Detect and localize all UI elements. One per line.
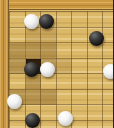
- board-cell[interactable]: [57, 59, 72, 74]
- board-cell[interactable]: [10, 43, 25, 58]
- board-cell[interactable]: [41, 90, 56, 105]
- grid-line-horizontal: [9, 11, 113, 12]
- grid-line-vertical: [87, 11, 88, 128]
- white-stone: [24, 14, 39, 29]
- white-stone: [40, 62, 55, 77]
- board-frame-top: [0, 0, 113, 10]
- white-stone: [103, 64, 114, 79]
- black-stone: [39, 14, 54, 29]
- grid-line-horizontal: [9, 27, 113, 28]
- black-stone: [24, 62, 39, 77]
- white-stone: [7, 94, 22, 109]
- board-cell[interactable]: [26, 43, 41, 58]
- board-cell[interactable]: [41, 28, 56, 43]
- board-cell[interactable]: [26, 90, 41, 105]
- board-cell[interactable]: [41, 43, 56, 58]
- black-stone: [89, 31, 104, 46]
- white-stone: [58, 111, 73, 126]
- board-frame-left: [0, 0, 9, 128]
- board-cell[interactable]: [10, 59, 25, 74]
- black-stone: [25, 113, 40, 128]
- go-board[interactable]: [0, 0, 113, 128]
- board-cell[interactable]: [26, 28, 41, 43]
